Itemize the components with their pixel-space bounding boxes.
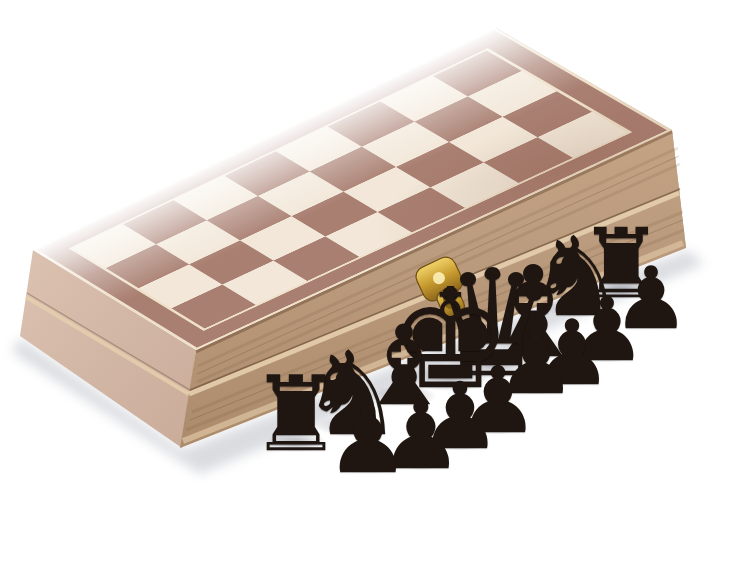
chess-piece-black-pawn: ♟ <box>326 393 410 487</box>
chess-set-product-photo: ♜♞♝♚♛♝♞♜♟♟♟♟♟♟♟♟ <box>0 0 743 575</box>
